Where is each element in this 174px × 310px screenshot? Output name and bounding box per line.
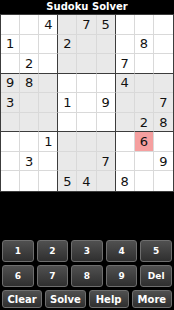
- cell-r7c2[interactable]: [20, 132, 39, 152]
- cell-r8c9[interactable]: 9: [154, 152, 173, 172]
- cell-r9c3[interactable]: [39, 171, 58, 191]
- key-del-button[interactable]: Del: [140, 265, 172, 287]
- selected-cell-r7c8[interactable]: 6: [135, 132, 154, 152]
- cell-r5c2[interactable]: [20, 93, 39, 113]
- cell-r2c3[interactable]: [39, 35, 58, 55]
- cell-r1c3[interactable]: 4: [39, 15, 58, 35]
- key-solve-button[interactable]: Solve: [45, 290, 85, 308]
- cell-r6c2[interactable]: [20, 113, 39, 133]
- cell-r4c8[interactable]: [135, 74, 154, 94]
- cell-r7c4[interactable]: [58, 132, 77, 152]
- cell-r6c6[interactable]: [97, 113, 116, 133]
- sudoku-solver-app: Sudoku Solver 4751282798431972816379548 …: [0, 0, 174, 310]
- cell-r1c5[interactable]: 7: [77, 15, 96, 35]
- key-more-button[interactable]: More: [132, 290, 172, 308]
- cell-r9c9[interactable]: [154, 171, 173, 191]
- cell-r8c3[interactable]: [39, 152, 58, 172]
- cell-r6c7[interactable]: [116, 113, 135, 133]
- cell-r3c6[interactable]: [97, 54, 116, 74]
- cell-r1c4[interactable]: [58, 15, 77, 35]
- cell-r2c5[interactable]: [77, 35, 96, 55]
- cell-r5c4[interactable]: 1: [58, 93, 77, 113]
- cell-r4c2[interactable]: 8: [20, 74, 39, 94]
- cell-r4c4[interactable]: [58, 74, 77, 94]
- cell-r3c5[interactable]: [77, 54, 96, 74]
- key-4-button[interactable]: 4: [106, 240, 138, 262]
- key-2-button[interactable]: 2: [37, 240, 69, 262]
- cell-r6c3[interactable]: [39, 113, 58, 133]
- cell-r6c4[interactable]: [58, 113, 77, 133]
- key-1-button[interactable]: 1: [2, 240, 34, 262]
- cell-r2c9[interactable]: [154, 35, 173, 55]
- cell-r1c1[interactable]: [1, 15, 20, 35]
- cell-r8c4[interactable]: [58, 152, 77, 172]
- cell-r5c3[interactable]: [39, 93, 58, 113]
- cell-r5c7[interactable]: [116, 93, 135, 113]
- cell-r5c8[interactable]: [135, 93, 154, 113]
- cell-r2c8[interactable]: 8: [135, 35, 154, 55]
- cell-r4c1[interactable]: 9: [1, 74, 20, 94]
- cell-r1c2[interactable]: [20, 15, 39, 35]
- cell-r7c1[interactable]: [1, 132, 20, 152]
- cell-r8c1[interactable]: [1, 152, 20, 172]
- cell-r6c9[interactable]: 8: [154, 113, 173, 133]
- cell-r3c2[interactable]: 2: [20, 54, 39, 74]
- cell-r9c4[interactable]: 5: [58, 171, 77, 191]
- cell-r3c9[interactable]: [154, 54, 173, 74]
- keypad-row: 6789Del: [2, 265, 172, 287]
- key-8-button[interactable]: 8: [71, 265, 103, 287]
- cell-r8c7[interactable]: [116, 152, 135, 172]
- cell-r5c9[interactable]: 7: [154, 93, 173, 113]
- cell-r9c7[interactable]: 8: [116, 171, 135, 191]
- cell-r7c9[interactable]: [154, 132, 173, 152]
- cell-r5c6[interactable]: 9: [97, 93, 116, 113]
- cell-r8c8[interactable]: [135, 152, 154, 172]
- cell-r3c4[interactable]: [58, 54, 77, 74]
- cell-r2c2[interactable]: [20, 35, 39, 55]
- cell-r7c3[interactable]: 1: [39, 132, 58, 152]
- cell-r2c6[interactable]: [97, 35, 116, 55]
- cell-r8c6[interactable]: 7: [97, 152, 116, 172]
- cell-r4c5[interactable]: [77, 74, 96, 94]
- keypad-row: 12345: [2, 240, 172, 262]
- title-bar: Sudoku Solver: [0, 0, 174, 14]
- cell-r9c1[interactable]: [1, 171, 20, 191]
- cell-r9c8[interactable]: [135, 171, 154, 191]
- cell-r9c6[interactable]: [97, 171, 116, 191]
- cell-r1c9[interactable]: [154, 15, 173, 35]
- keypad-row: ClearSolveHelpMore: [2, 290, 172, 308]
- key-3-button[interactable]: 3: [71, 240, 103, 262]
- key-clear-button[interactable]: Clear: [2, 290, 42, 308]
- cell-r4c6[interactable]: [97, 74, 116, 94]
- cell-r9c2[interactable]: [20, 171, 39, 191]
- cell-r2c7[interactable]: [116, 35, 135, 55]
- cell-r1c7[interactable]: [116, 15, 135, 35]
- keypad: 123456789DelClearSolveHelpMore: [0, 238, 174, 310]
- key-help-button[interactable]: Help: [89, 290, 129, 308]
- cell-r6c5[interactable]: [77, 113, 96, 133]
- cell-r6c8[interactable]: 2: [135, 113, 154, 133]
- cell-r4c3[interactable]: [39, 74, 58, 94]
- key-7-button[interactable]: 7: [37, 265, 69, 287]
- cell-r3c3[interactable]: [39, 54, 58, 74]
- key-6-button[interactable]: 6: [2, 265, 34, 287]
- cell-r7c5[interactable]: [77, 132, 96, 152]
- cell-r2c1[interactable]: 1: [1, 35, 20, 55]
- cell-r6c1[interactable]: [1, 113, 20, 133]
- cell-r7c7[interactable]: [116, 132, 135, 152]
- app-title: Sudoku Solver: [46, 0, 127, 14]
- key-9-button[interactable]: 9: [106, 265, 138, 287]
- cell-r1c8[interactable]: [135, 15, 154, 35]
- cell-r9c5[interactable]: 4: [77, 171, 96, 191]
- cell-r8c5[interactable]: [77, 152, 96, 172]
- cell-r3c8[interactable]: [135, 54, 154, 74]
- sudoku-board: 4751282798431972816379548: [0, 14, 174, 192]
- cell-r5c5[interactable]: [77, 93, 96, 113]
- cell-r2c4[interactable]: 2: [58, 35, 77, 55]
- cell-r3c7[interactable]: 7: [116, 54, 135, 74]
- cell-r1c6[interactable]: 5: [97, 15, 116, 35]
- cell-r5c1[interactable]: 3: [1, 93, 20, 113]
- cell-r7c6[interactable]: [97, 132, 116, 152]
- cell-r4c7[interactable]: 4: [116, 74, 135, 94]
- cell-r8c2[interactable]: 3: [20, 152, 39, 172]
- cell-r4c9[interactable]: [154, 74, 173, 94]
- cell-r3c1[interactable]: [1, 54, 20, 74]
- key-5-button[interactable]: 5: [140, 240, 172, 262]
